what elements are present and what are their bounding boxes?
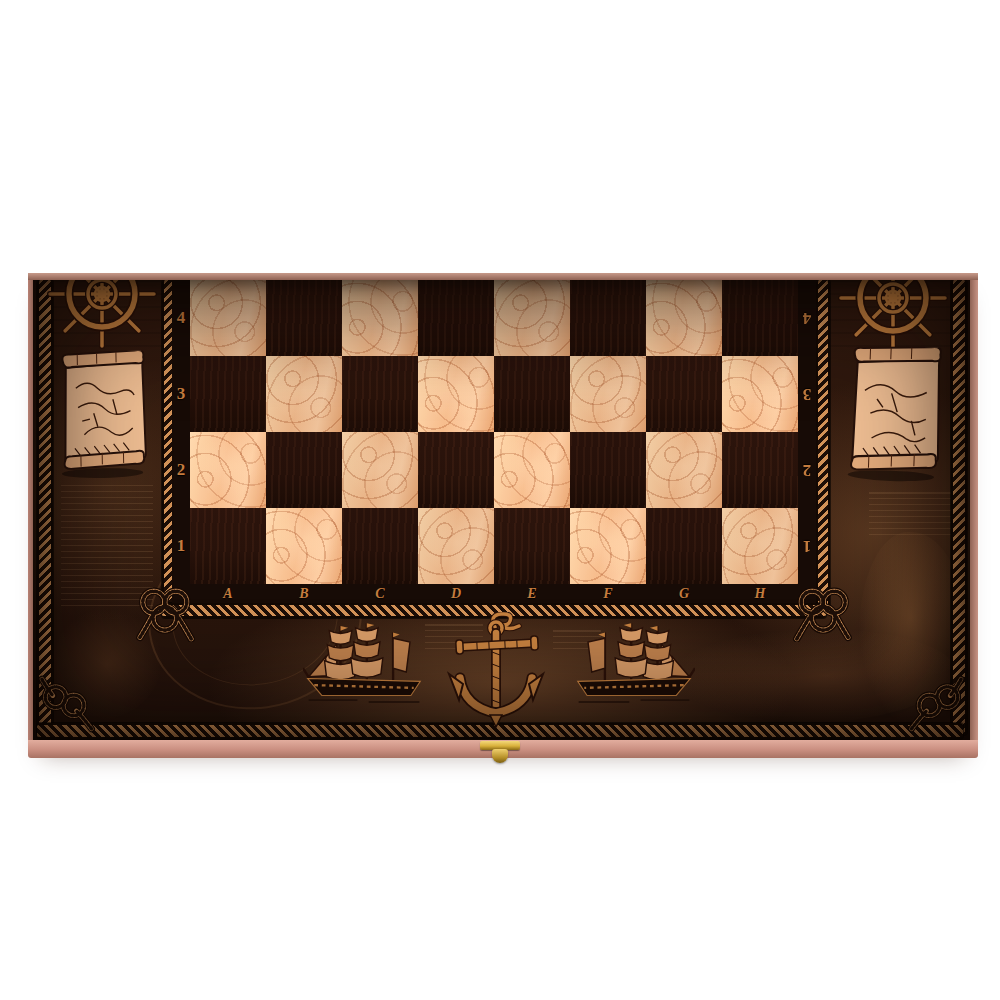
- file-label-b: B: [266, 584, 342, 603]
- square-b1: [266, 508, 342, 584]
- rank-labels-left: 4321: [172, 280, 190, 584]
- rope-knot-icon: [134, 580, 200, 642]
- file-label-e: E: [494, 584, 570, 603]
- file-labels: ABCDEFGH: [172, 584, 816, 603]
- square-h4: [722, 280, 798, 356]
- square-f1: [570, 508, 646, 584]
- ships-wheel-icon: [42, 280, 162, 354]
- game-box: 4321 4321 ABCDEFGH: [28, 273, 978, 758]
- file-label-f: F: [570, 584, 646, 603]
- rank-label-1: 1: [172, 508, 190, 584]
- square-e1: [494, 508, 570, 584]
- rope-knot-icon: [906, 674, 968, 734]
- rope-knot-icon: [788, 580, 854, 642]
- square-d2: [418, 432, 494, 508]
- rank-label-4: 4: [798, 280, 816, 356]
- file-label-d: D: [418, 584, 494, 603]
- square-b3: [266, 356, 342, 432]
- square-h1: [722, 508, 798, 584]
- square-a3: [190, 356, 266, 432]
- square-h3: [722, 356, 798, 432]
- rank-label-1: 1: [798, 508, 816, 584]
- rope-knot-icon: [35, 674, 97, 734]
- map-text-block: [869, 492, 955, 536]
- rank-label-2: 2: [172, 432, 190, 508]
- square-e4: [494, 280, 570, 356]
- square-a4: [190, 280, 266, 356]
- brass-latch-knob: [492, 749, 508, 763]
- file-label-h: H: [722, 584, 798, 603]
- square-c1: [342, 508, 418, 584]
- photo-background: 4321 4321 ABCDEFGH: [0, 0, 1000, 1000]
- rank-label-3: 3: [172, 356, 190, 432]
- rope-border-right: [951, 280, 967, 735]
- square-f4: [570, 280, 646, 356]
- rank-label-2: 2: [798, 432, 816, 508]
- square-c4: [342, 280, 418, 356]
- square-g2: [646, 432, 722, 508]
- rank-label-4: 4: [172, 280, 190, 356]
- square-h2: [722, 432, 798, 508]
- rank-label-3: 3: [798, 356, 816, 432]
- box-right-edge: [970, 280, 978, 740]
- file-label-a: A: [190, 584, 266, 603]
- square-d4: [418, 280, 494, 356]
- board-rope-right: [816, 280, 830, 614]
- anchor-icon: [447, 612, 547, 728]
- file-label-g: G: [646, 584, 722, 603]
- tall-ship-icon: [303, 618, 425, 710]
- square-g3: [646, 356, 722, 432]
- square-g1: [646, 508, 722, 584]
- box-lid-artwork: 4321 4321 ABCDEFGH: [33, 280, 970, 740]
- square-a1: [190, 508, 266, 584]
- square-e3: [494, 356, 570, 432]
- chess-board: [190, 280, 798, 584]
- square-d1: [418, 508, 494, 584]
- square-a2: [190, 432, 266, 508]
- square-d3: [418, 356, 494, 432]
- tall-ship-icon: [573, 618, 695, 710]
- square-b2: [266, 432, 342, 508]
- map-scroll-icon: [841, 344, 946, 483]
- square-c2: [342, 432, 418, 508]
- square-e2: [494, 432, 570, 508]
- map-scroll-icon: [54, 350, 149, 480]
- rank-labels-right: 4321: [798, 280, 816, 584]
- file-label-c: C: [342, 584, 418, 603]
- square-g4: [646, 280, 722, 356]
- square-b4: [266, 280, 342, 356]
- square-f3: [570, 356, 646, 432]
- square-c3: [342, 356, 418, 432]
- square-f2: [570, 432, 646, 508]
